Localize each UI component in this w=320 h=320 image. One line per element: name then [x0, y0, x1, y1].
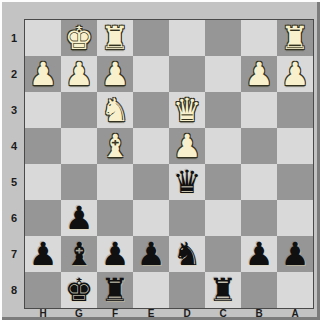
- square-b3[interactable]: [241, 92, 277, 128]
- rank-label-4: 4: [5, 128, 23, 164]
- black-pawn-piece: ♟: [101, 236, 130, 272]
- square-a2[interactable]: ♟: [277, 56, 313, 92]
- white-bishop-piece: ♝: [101, 128, 130, 164]
- square-e3[interactable]: [133, 92, 169, 128]
- square-e6[interactable]: [133, 200, 169, 236]
- square-h7[interactable]: ♟: [25, 236, 61, 272]
- file-label-e: E: [133, 309, 169, 320]
- black-pawn-piece: ♟: [281, 236, 310, 272]
- square-d1[interactable]: [169, 20, 205, 56]
- black-bishop-piece: ♝: [65, 236, 94, 272]
- white-pawn-piece: ♟: [173, 128, 202, 164]
- file-label-g: G: [61, 309, 97, 320]
- square-b4[interactable]: [241, 128, 277, 164]
- square-h8[interactable]: [25, 272, 61, 308]
- square-e8[interactable]: [133, 272, 169, 308]
- black-pawn-piece: ♟: [29, 236, 58, 272]
- black-pawn-piece: ♟: [65, 200, 94, 236]
- square-e7[interactable]: ♟: [133, 236, 169, 272]
- white-rook-piece: ♜: [281, 20, 310, 56]
- square-f6[interactable]: [97, 200, 133, 236]
- black-rook-piece: ♜: [209, 272, 238, 308]
- square-f1[interactable]: ♜: [97, 20, 133, 56]
- square-a6[interactable]: [277, 200, 313, 236]
- square-g4[interactable]: [61, 128, 97, 164]
- square-a7[interactable]: ♟: [277, 236, 313, 272]
- rank-label-2: 2: [5, 56, 23, 92]
- rank-label-7: 7: [5, 236, 23, 272]
- white-king-piece: ♚: [65, 20, 94, 56]
- white-pawn-piece: ♟: [65, 56, 94, 92]
- white-knight-piece: ♞: [101, 92, 130, 128]
- square-e4[interactable]: [133, 128, 169, 164]
- rank-label-6: 6: [5, 200, 23, 236]
- square-f5[interactable]: [97, 164, 133, 200]
- square-e1[interactable]: [133, 20, 169, 56]
- rank-label-8: 8: [5, 272, 23, 308]
- square-c6[interactable]: [205, 200, 241, 236]
- square-a4[interactable]: [277, 128, 313, 164]
- square-a8[interactable]: [277, 272, 313, 308]
- square-f8[interactable]: ♜: [97, 272, 133, 308]
- white-pawn-piece: ♟: [29, 56, 58, 92]
- white-pawn-piece: ♟: [101, 56, 130, 92]
- square-c5[interactable]: [205, 164, 241, 200]
- square-g7[interactable]: ♝: [61, 236, 97, 272]
- square-h6[interactable]: [25, 200, 61, 236]
- square-a3[interactable]: [277, 92, 313, 128]
- file-label-h: H: [25, 309, 61, 320]
- square-f3[interactable]: ♞: [97, 92, 133, 128]
- file-label-c: C: [205, 309, 241, 320]
- square-d4[interactable]: ♟: [169, 128, 205, 164]
- square-b2[interactable]: ♟: [241, 56, 277, 92]
- file-label-b: B: [241, 309, 277, 320]
- rank-label-1: 1: [5, 20, 23, 56]
- white-pawn-piece: ♟: [245, 56, 274, 92]
- white-pawn-piece: ♟: [281, 56, 310, 92]
- square-e5[interactable]: [133, 164, 169, 200]
- square-h5[interactable]: [25, 164, 61, 200]
- chess-diagram: ♚♜♜♟♟♟♟♟♞♛♝♟♛♟♟♝♟♟♞♟♟♚♜♜ 12345678 HGFEDC…: [0, 0, 320, 320]
- square-b8[interactable]: [241, 272, 277, 308]
- square-h1[interactable]: [25, 20, 61, 56]
- square-b6[interactable]: [241, 200, 277, 236]
- black-queen-piece: ♛: [173, 164, 202, 200]
- file-label-a: A: [277, 309, 313, 320]
- square-c8[interactable]: ♜: [205, 272, 241, 308]
- white-rook-piece: ♜: [101, 20, 130, 56]
- square-c1[interactable]: [205, 20, 241, 56]
- square-g6[interactable]: ♟: [61, 200, 97, 236]
- square-c3[interactable]: [205, 92, 241, 128]
- white-queen-piece: ♛: [173, 92, 202, 128]
- square-h3[interactable]: [25, 92, 61, 128]
- square-h2[interactable]: ♟: [25, 56, 61, 92]
- rank-label-3: 3: [5, 92, 23, 128]
- black-pawn-piece: ♟: [245, 236, 274, 272]
- square-d2[interactable]: [169, 56, 205, 92]
- square-d6[interactable]: [169, 200, 205, 236]
- square-c2[interactable]: [205, 56, 241, 92]
- square-c7[interactable]: [205, 236, 241, 272]
- black-king-piece: ♚: [65, 272, 94, 308]
- square-g8[interactable]: ♚: [61, 272, 97, 308]
- black-pawn-piece: ♟: [137, 236, 166, 272]
- square-g3[interactable]: [61, 92, 97, 128]
- square-b5[interactable]: [241, 164, 277, 200]
- square-a1[interactable]: ♜: [277, 20, 313, 56]
- square-e2[interactable]: [133, 56, 169, 92]
- square-c4[interactable]: [205, 128, 241, 164]
- square-g5[interactable]: [61, 164, 97, 200]
- square-a5[interactable]: [277, 164, 313, 200]
- square-f2[interactable]: ♟: [97, 56, 133, 92]
- square-d7[interactable]: ♞: [169, 236, 205, 272]
- black-knight-piece: ♞: [173, 236, 202, 272]
- square-d8[interactable]: [169, 272, 205, 308]
- square-f7[interactable]: ♟: [97, 236, 133, 272]
- square-g1[interactable]: ♚: [61, 20, 97, 56]
- chess-board: ♚♜♜♟♟♟♟♟♞♛♝♟♛♟♟♝♟♟♞♟♟♚♜♜: [24, 19, 314, 309]
- square-g2[interactable]: ♟: [61, 56, 97, 92]
- square-b7[interactable]: ♟: [241, 236, 277, 272]
- square-f4[interactable]: ♝: [97, 128, 133, 164]
- square-d3[interactable]: ♛: [169, 92, 205, 128]
- square-d5[interactable]: ♛: [169, 164, 205, 200]
- square-h4[interactable]: [25, 128, 61, 164]
- rank-label-5: 5: [5, 164, 23, 200]
- square-b1[interactable]: [241, 20, 277, 56]
- file-label-f: F: [97, 309, 133, 320]
- black-rook-piece: ♜: [101, 272, 130, 308]
- file-label-d: D: [169, 309, 205, 320]
